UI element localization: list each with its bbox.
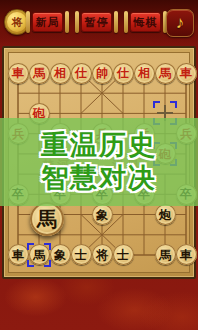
coin-char: 将 (12, 15, 23, 30)
piece-red-仕[interactable]: 仕 (71, 63, 92, 84)
floating-selected-piece[interactable]: 馬 (30, 202, 64, 236)
new-game-button[interactable]: 新局 (32, 12, 63, 32)
app-screen: 将 新局 暂停 悔棋 ♪ (0, 0, 198, 330)
gold-divider (114, 11, 118, 33)
piece-red-相[interactable]: 相 (134, 63, 155, 84)
undo-move-button[interactable]: 悔棋 (130, 12, 161, 32)
banner-line-1: 重温历史 (41, 129, 157, 162)
new-game-label: 新局 (36, 15, 60, 30)
promo-banner-overlay: 重温历史 智慧对决 (0, 118, 198, 206)
piece-red-馬[interactable]: 馬 (155, 63, 176, 84)
gold-divider (26, 11, 30, 33)
top-toolbar: 将 新局 暂停 悔棋 ♪ (0, 0, 198, 44)
piece-black-士[interactable]: 士 (113, 244, 134, 265)
gold-divider (124, 11, 128, 33)
piece-red-馬[interactable]: 馬 (29, 63, 50, 84)
pause-label: 暂停 (85, 15, 109, 30)
piece-black-炮[interactable]: 炮 (155, 204, 176, 225)
gold-divider (65, 11, 69, 33)
gold-divider (75, 11, 79, 33)
piece-red-車[interactable]: 車 (176, 63, 197, 84)
undo-label: 悔棋 (134, 15, 158, 30)
piece-black-士[interactable]: 士 (71, 244, 92, 265)
piece-red-相[interactable]: 相 (50, 63, 71, 84)
selection-brackets-marker (27, 243, 51, 267)
piece-red-仕[interactable]: 仕 (113, 63, 134, 84)
piece-black-象[interactable]: 象 (50, 244, 71, 265)
pause-button[interactable]: 暂停 (81, 12, 112, 32)
piece-black-車[interactable]: 車 (176, 244, 197, 265)
banner-line-2: 智慧对决 (41, 162, 157, 195)
piece-black-象[interactable]: 象 (92, 204, 113, 225)
piece-red-車[interactable]: 車 (8, 63, 29, 84)
music-note-icon: ♪ (176, 13, 185, 33)
piece-black-車[interactable]: 車 (8, 244, 29, 265)
piece-black-馬[interactable]: 馬 (155, 244, 176, 265)
piece-black-将[interactable]: 将 (92, 244, 113, 265)
music-toggle-button[interactable]: ♪ (166, 9, 194, 37)
piece-red-帥[interactable]: 帥 (92, 63, 113, 84)
